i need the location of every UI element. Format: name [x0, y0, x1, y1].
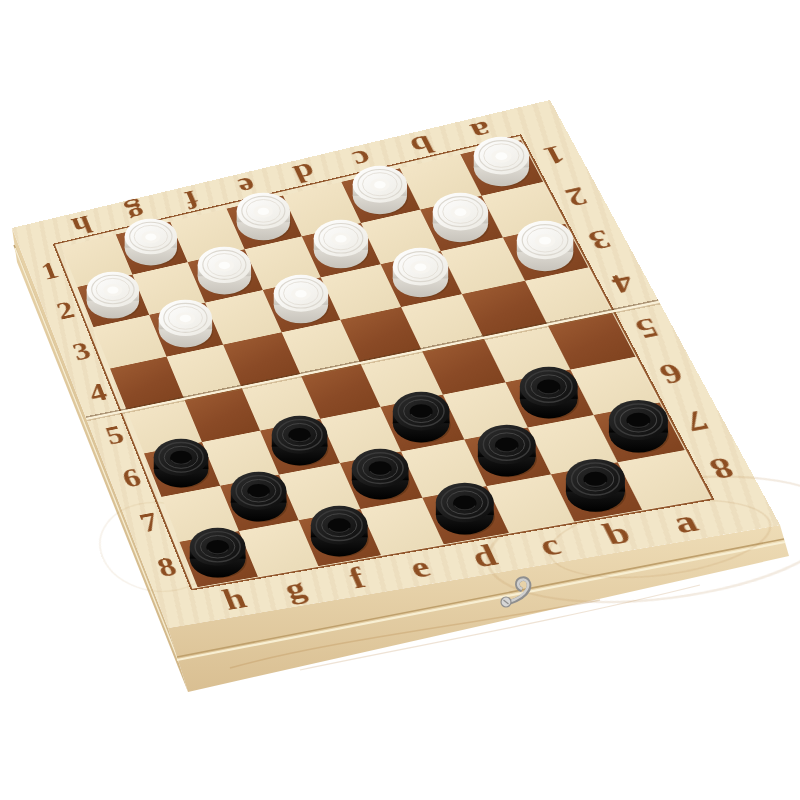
product-photo-stage: 11hh22gg33ff44ee55dd66cc77bb88aa [0, 0, 800, 800]
clasp-layer [0, 0, 800, 800]
metal-clasp-icon [501, 579, 529, 607]
